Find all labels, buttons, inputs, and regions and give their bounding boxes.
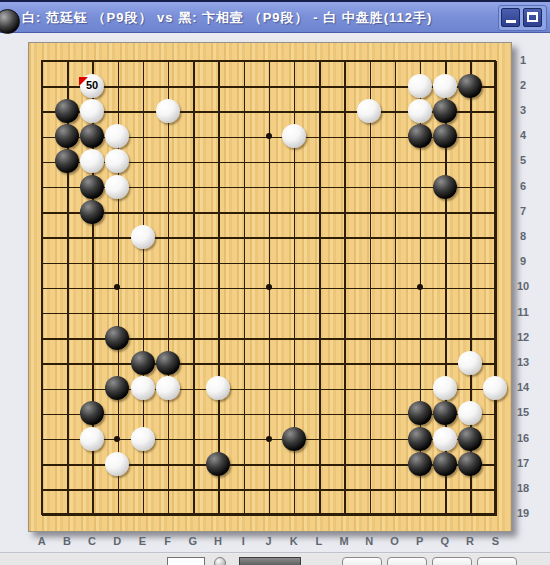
row-label-14: 14	[517, 381, 529, 393]
white-stone-C3	[80, 99, 104, 123]
white-stone-E8	[131, 225, 155, 249]
row-label-19: 19	[517, 507, 529, 519]
row-label-6: 6	[520, 180, 526, 192]
dark-panel[interactable]	[239, 557, 301, 565]
row-label-5: 5	[520, 154, 526, 166]
black-stone-E13	[131, 351, 155, 375]
white-stone-E14	[131, 376, 155, 400]
star-point-J4	[266, 133, 272, 139]
white-stone-E16	[131, 427, 155, 451]
black-stone-R2	[458, 74, 482, 98]
black-stone-P4	[408, 124, 432, 148]
black-stone-P16	[408, 427, 432, 451]
nav-button-3[interactable]	[432, 557, 472, 565]
star-point-J16	[266, 436, 272, 442]
col-label-O: O	[390, 535, 399, 547]
white-stone-D17	[105, 452, 129, 476]
nav-button-2[interactable]	[387, 557, 427, 565]
white-stone-F3	[156, 99, 180, 123]
black-stone-P15	[408, 401, 432, 425]
white-stone-H14	[206, 376, 230, 400]
black-stone-Q17	[433, 452, 457, 476]
star-point-P10	[417, 284, 423, 290]
col-label-K: K	[290, 535, 298, 547]
white-stone-Q14	[433, 376, 457, 400]
black-stone-H17	[206, 452, 230, 476]
row-label-11: 11	[517, 306, 529, 318]
black-stone-Q3	[433, 99, 457, 123]
col-label-P: P	[416, 535, 423, 547]
row-label-7: 7	[520, 205, 526, 217]
col-label-I: I	[242, 535, 245, 547]
row-label-9: 9	[520, 255, 526, 267]
row-label-12: 12	[517, 331, 529, 343]
black-stone-D12	[105, 326, 129, 350]
white-stone-P3	[408, 99, 432, 123]
black-stone-C7	[80, 200, 104, 224]
col-label-E: E	[139, 535, 146, 547]
black-stone-B3	[55, 99, 79, 123]
nav-button-1[interactable]	[342, 557, 382, 565]
col-label-B: B	[63, 535, 71, 547]
row-label-2: 2	[520, 79, 526, 91]
row-label-16: 16	[517, 432, 529, 444]
col-label-H: H	[214, 535, 222, 547]
minimize-icon	[506, 20, 516, 23]
col-label-A: A	[38, 535, 46, 547]
white-stone-Q2	[433, 74, 457, 98]
col-label-M: M	[340, 535, 349, 547]
black-stone-C6	[80, 175, 104, 199]
star-point-J10	[266, 284, 272, 290]
black-stone-F13	[156, 351, 180, 375]
black-stone-B4	[55, 124, 79, 148]
move-number-box[interactable]	[167, 557, 205, 565]
window-title: 白: 范廷钰 （P9段） vs 黑: 卞相壹 （P9段） - 白 中盘胜(112…	[22, 2, 432, 33]
black-stone-Q6	[433, 175, 457, 199]
white-stone-K4	[282, 124, 306, 148]
col-label-J: J	[265, 535, 271, 547]
black-stone-P17	[408, 452, 432, 476]
white-stone-Q16	[433, 427, 457, 451]
star-point-D16	[114, 436, 120, 442]
row-label-10: 10	[517, 280, 529, 292]
white-stone-R13	[458, 351, 482, 375]
go-viewer-window: { "game": "go", "window": { "title": "白:…	[0, 0, 550, 565]
minimize-button[interactable]	[501, 8, 520, 27]
black-go-stone-icon	[0, 9, 20, 34]
maximize-icon	[527, 12, 538, 22]
col-label-S: S	[492, 535, 499, 547]
black-stone-R16	[458, 427, 482, 451]
white-stone-C16	[80, 427, 104, 451]
row-label-15: 15	[517, 406, 529, 418]
nav-button-4[interactable]	[477, 557, 517, 565]
col-label-F: F	[164, 535, 171, 547]
white-stone-F14	[156, 376, 180, 400]
black-stone-K16	[282, 427, 306, 451]
black-stone-Q4	[433, 124, 457, 148]
title-bar[interactable]: 白: 范廷钰 （P9段） vs 黑: 卞相壹 （P9段） - 白 中盘胜(112…	[0, 0, 550, 33]
row-label-17: 17	[517, 457, 529, 469]
col-label-Q: Q	[441, 535, 450, 547]
black-stone-C4	[80, 124, 104, 148]
row-label-1: 1	[520, 54, 526, 66]
black-stone-R17	[458, 452, 482, 476]
maximize-button[interactable]	[523, 8, 542, 27]
col-label-D: D	[113, 535, 121, 547]
round-indicator[interactable]	[214, 557, 226, 565]
white-stone-D6	[105, 175, 129, 199]
col-label-G: G	[189, 535, 198, 547]
white-stone-P2	[408, 74, 432, 98]
window-buttons-panel	[498, 5, 547, 31]
row-label-18: 18	[517, 482, 529, 494]
col-label-C: C	[88, 535, 96, 547]
row-label-8: 8	[520, 230, 526, 242]
row-label-13: 13	[517, 356, 529, 368]
row-label-3: 3	[520, 104, 526, 116]
last-move-marker	[79, 77, 88, 86]
col-label-N: N	[365, 535, 373, 547]
row-label-4: 4	[520, 129, 526, 141]
col-label-R: R	[466, 535, 474, 547]
col-label-L: L	[316, 535, 323, 547]
